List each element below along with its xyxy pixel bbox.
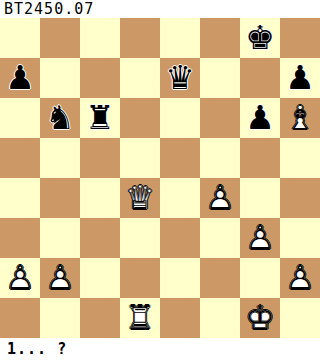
square-f1[interactable] (200, 298, 240, 338)
square-a4[interactable] (0, 178, 40, 218)
square-a7[interactable]: ♟ (0, 58, 40, 98)
square-c2[interactable] (80, 258, 120, 298)
square-b3[interactable] (40, 218, 80, 258)
square-e3[interactable] (160, 218, 200, 258)
move-prompt: 1... ? (0, 339, 67, 359)
square-b7[interactable] (40, 58, 80, 98)
footer: 1... ? (0, 338, 320, 360)
square-g7[interactable] (240, 58, 280, 98)
square-d5[interactable] (120, 138, 160, 178)
square-g1[interactable]: ♚♔ (240, 298, 280, 338)
square-f5[interactable] (200, 138, 240, 178)
square-b8[interactable] (40, 18, 80, 58)
square-b4[interactable] (40, 178, 80, 218)
square-b5[interactable] (40, 138, 80, 178)
square-e2[interactable] (160, 258, 200, 298)
square-b2[interactable]: ♟♙ (40, 258, 80, 298)
puzzle-title: BT2450.07 (0, 0, 94, 18)
chess-board: ♚♟♛♟♞♜♟♝♗♛♕♟♙♟♙♟♙♟♙♟♙♜♖♚♔ (0, 18, 320, 338)
white-bishop-piece: ♝♗ (280, 98, 320, 138)
square-d6[interactable] (120, 98, 160, 138)
square-c7[interactable] (80, 58, 120, 98)
square-c5[interactable] (80, 138, 120, 178)
chess-puzzle-screen: BT2450.07 ♚♟♛♟♞♜♟♝♗♛♕♟♙♟♙♟♙♟♙♟♙♜♖♚♔ 1...… (0, 0, 320, 360)
white-pawn-piece: ♟♙ (200, 178, 240, 218)
square-d8[interactable] (120, 18, 160, 58)
square-g5[interactable] (240, 138, 280, 178)
square-h2[interactable]: ♟♙ (280, 258, 320, 298)
square-d2[interactable] (120, 258, 160, 298)
square-f2[interactable] (200, 258, 240, 298)
square-e1[interactable] (160, 298, 200, 338)
square-f7[interactable] (200, 58, 240, 98)
square-e5[interactable] (160, 138, 200, 178)
square-c6[interactable]: ♜ (80, 98, 120, 138)
black-pawn-piece: ♟ (240, 98, 280, 138)
square-b1[interactable] (40, 298, 80, 338)
white-pawn-piece: ♟♙ (0, 258, 40, 298)
black-pawn-piece: ♟ (280, 58, 320, 98)
square-d1[interactable]: ♜♖ (120, 298, 160, 338)
square-d4[interactable]: ♛♕ (120, 178, 160, 218)
square-c1[interactable] (80, 298, 120, 338)
square-h1[interactable] (280, 298, 320, 338)
square-g6[interactable]: ♟ (240, 98, 280, 138)
square-g3[interactable]: ♟♙ (240, 218, 280, 258)
square-e7[interactable]: ♛ (160, 58, 200, 98)
square-e6[interactable] (160, 98, 200, 138)
square-h4[interactable] (280, 178, 320, 218)
white-pawn-piece: ♟♙ (280, 258, 320, 298)
white-pawn-piece: ♟♙ (240, 218, 280, 258)
square-g4[interactable] (240, 178, 280, 218)
square-h6[interactable]: ♝♗ (280, 98, 320, 138)
square-a6[interactable] (0, 98, 40, 138)
square-a2[interactable]: ♟♙ (0, 258, 40, 298)
square-h5[interactable] (280, 138, 320, 178)
white-king-piece: ♚♔ (240, 298, 280, 338)
square-f6[interactable] (200, 98, 240, 138)
square-d7[interactable] (120, 58, 160, 98)
black-knight-piece: ♞ (40, 98, 80, 138)
square-a5[interactable] (0, 138, 40, 178)
square-h8[interactable] (280, 18, 320, 58)
square-d3[interactable] (120, 218, 160, 258)
header: BT2450.07 (0, 0, 320, 18)
white-pawn-piece: ♟♙ (40, 258, 80, 298)
square-a1[interactable] (0, 298, 40, 338)
square-c3[interactable] (80, 218, 120, 258)
black-pawn-piece: ♟ (0, 58, 40, 98)
square-c8[interactable] (80, 18, 120, 58)
square-h7[interactable]: ♟ (280, 58, 320, 98)
square-a3[interactable] (0, 218, 40, 258)
square-g2[interactable] (240, 258, 280, 298)
square-h3[interactable] (280, 218, 320, 258)
square-e4[interactable] (160, 178, 200, 218)
white-queen-piece: ♛♕ (120, 178, 160, 218)
black-queen-piece: ♛ (160, 58, 200, 98)
square-e8[interactable] (160, 18, 200, 58)
square-f8[interactable] (200, 18, 240, 58)
square-a8[interactable] (0, 18, 40, 58)
square-c4[interactable] (80, 178, 120, 218)
square-f4[interactable]: ♟♙ (200, 178, 240, 218)
black-rook-piece: ♜ (80, 98, 120, 138)
black-king-piece: ♚ (240, 18, 280, 58)
square-g8[interactable]: ♚ (240, 18, 280, 58)
square-f3[interactable] (200, 218, 240, 258)
white-rook-piece: ♜♖ (120, 298, 160, 338)
square-b6[interactable]: ♞ (40, 98, 80, 138)
